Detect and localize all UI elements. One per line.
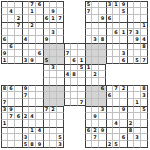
cell-top_right-r7c2[interactable] xyxy=(92,43,99,50)
cell-bottom_right-r2c4[interactable]: 6 xyxy=(106,92,113,99)
cell-top_left-r9c3[interactable] xyxy=(15,57,22,64)
cell-top_right-r3c5[interactable] xyxy=(113,15,120,22)
cell-bottom_right-r8c1[interactable] xyxy=(85,134,92,141)
cell-top_left-r9c1[interactable]: 1 xyxy=(1,57,8,64)
cell-top_left-r2c8[interactable]: 9 xyxy=(50,8,57,15)
cell-top_left-r7c7[interactable] xyxy=(43,43,50,50)
cell-top_right-r2c2[interactable] xyxy=(92,8,99,15)
cell-bottom_left-r4c6[interactable] xyxy=(36,106,43,113)
cell-top_right-r7c9[interactable]: 8 xyxy=(141,43,148,50)
cell-top_left-r7c8[interactable] xyxy=(50,43,57,50)
cell-bottom_left-r3c7[interactable] xyxy=(43,99,50,106)
cell-bottom_left-r7c6[interactable]: 4 xyxy=(36,127,43,134)
cell-center-r6c2[interactable] xyxy=(50,78,57,85)
cell-bottom_right-r2c8[interactable] xyxy=(134,92,141,99)
cell-bottom_left-r6c9[interactable] xyxy=(57,120,64,127)
cell-bottom_right-r5c9[interactable] xyxy=(141,113,148,120)
cell-center-r3c4[interactable] xyxy=(64,57,71,64)
cell-top_right-r9c2[interactable] xyxy=(92,57,99,64)
cell-bottom_right-r3c4[interactable] xyxy=(106,99,113,106)
cell-top_right-r2c9[interactable] xyxy=(141,8,148,15)
cell-top_left-r7c5[interactable] xyxy=(29,43,36,50)
cell-bottom_right-r4c3[interactable]: 3 xyxy=(99,106,106,113)
cell-top_left-r1c4[interactable] xyxy=(22,1,29,8)
cell-bottom_right-r3c8[interactable]: 1 xyxy=(134,99,141,106)
cell-top_left-r3c6[interactable] xyxy=(36,15,43,22)
cell-bottom_left-r4c7[interactable]: 7 xyxy=(43,106,50,113)
cell-center-r5c8[interactable]: 2 xyxy=(92,71,99,78)
cell-top_left-r5c7[interactable] xyxy=(43,29,50,36)
cell-top_left-r1c9[interactable] xyxy=(57,1,64,8)
cell-bottom_right-r1c5[interactable]: 7 xyxy=(113,85,120,92)
cell-top_right-r1c1[interactable]: 5 xyxy=(85,1,92,8)
cell-center-r4c4[interactable] xyxy=(64,64,71,71)
cell-top_right-r7c1[interactable] xyxy=(85,43,92,50)
cell-bottom_right-r6c7[interactable]: 2 xyxy=(127,120,134,127)
cell-bottom_right-r7c5[interactable] xyxy=(113,127,120,134)
cell-bottom_left-r6c3[interactable] xyxy=(15,120,22,127)
cell-center-r1c5[interactable] xyxy=(71,43,78,50)
cell-bottom_left-r7c5[interactable]: 1 xyxy=(29,127,36,134)
cell-top_left-r8c1[interactable]: 9 xyxy=(1,50,8,57)
cell-bottom_left-r8c5[interactable] xyxy=(29,134,36,141)
cell-top_right-r6c1[interactable] xyxy=(85,36,92,43)
cell-bottom_left-r1c3[interactable] xyxy=(15,85,22,92)
cell-top_left-r8c2[interactable] xyxy=(8,50,15,57)
cell-bottom_left-r7c8[interactable] xyxy=(50,127,57,134)
cell-bottom_left-r4c3[interactable] xyxy=(15,106,22,113)
cell-top_right-r7c8[interactable] xyxy=(134,43,141,50)
cell-bottom_right-r4c6[interactable]: 9 xyxy=(120,106,127,113)
cell-center-r1c4[interactable] xyxy=(64,43,71,50)
cell-top_right-r1c6[interactable]: 9 xyxy=(120,1,127,8)
cell-top_left-r9c2[interactable] xyxy=(8,57,15,64)
cell-bottom_left-r5c5[interactable]: 4 xyxy=(29,113,36,120)
cell-center-r6c3[interactable] xyxy=(57,78,64,85)
cell-top_right-r1c9[interactable] xyxy=(141,1,148,8)
cell-top_left-r3c4[interactable] xyxy=(22,15,29,22)
cell-bottom_right-r5c2[interactable]: 9 xyxy=(92,113,99,120)
cell-center-r6c7[interactable] xyxy=(85,78,92,85)
cell-bottom_right-r7c4[interactable] xyxy=(106,127,113,134)
cell-center-r6c5[interactable] xyxy=(71,78,78,85)
cell-bottom_left-r3c3[interactable] xyxy=(15,99,22,106)
cell-bottom_left-r9c4[interactable]: 5 xyxy=(22,141,29,148)
cell-bottom_left-r4c9[interactable] xyxy=(57,106,64,113)
cell-center-r8c4[interactable] xyxy=(64,92,71,99)
cell-center-r5c1[interactable] xyxy=(43,71,50,78)
cell-top_right-r9c9[interactable]: 7 xyxy=(141,57,148,64)
cell-bottom_left-r7c4[interactable] xyxy=(22,127,29,134)
cell-top_left-r9c4[interactable]: 3 xyxy=(22,57,29,64)
cell-bottom_right-r7c8[interactable] xyxy=(134,127,141,134)
cell-top_left-r6c3[interactable] xyxy=(15,36,22,43)
cell-top_right-r8c8[interactable] xyxy=(134,50,141,57)
cell-top_left-r4c5[interactable]: 2 xyxy=(29,22,36,29)
cell-top_right-r4c6[interactable] xyxy=(120,22,127,29)
cell-bottom_right-r4c5[interactable] xyxy=(113,106,120,113)
cell-bottom_left-r1c9[interactable] xyxy=(57,85,64,92)
cell-top_right-r4c1[interactable] xyxy=(85,22,92,29)
cell-bottom_left-r2c4[interactable]: 7 xyxy=(22,92,29,99)
cell-bottom_left-r8c1[interactable] xyxy=(1,134,8,141)
cell-bottom_right-r8c8[interactable]: 3 xyxy=(134,134,141,141)
cell-top_left-r8c8[interactable] xyxy=(50,50,57,57)
cell-top_right-r3c2[interactable] xyxy=(92,15,99,22)
cell-top_left-r9c7[interactable]: 5 xyxy=(43,57,50,64)
cell-bottom_right-r8c4[interactable] xyxy=(106,134,113,141)
cell-bottom_right-r6c6[interactable] xyxy=(120,120,127,127)
cell-top_right-r5c7[interactable]: 7 xyxy=(127,29,134,36)
cell-top_left-r5c2[interactable] xyxy=(8,29,15,36)
cell-bottom_left-r6c4[interactable] xyxy=(22,120,29,127)
cell-top_right-r7c4[interactable] xyxy=(106,43,113,50)
cell-bottom_right-r2c7[interactable] xyxy=(127,92,134,99)
cell-top_left-r2c9[interactable] xyxy=(57,8,64,15)
cell-top_right-r3c6[interactable] xyxy=(120,15,127,22)
cell-top_left-r4c3[interactable]: 7 xyxy=(15,22,22,29)
cell-top_right-r4c8[interactable] xyxy=(134,22,141,29)
cell-top_left-r8c5[interactable] xyxy=(29,50,36,57)
cell-bottom_left-r9c2[interactable] xyxy=(8,141,15,148)
cell-center-r5c6[interactable] xyxy=(78,71,85,78)
cell-top_right-r9c3[interactable] xyxy=(99,57,106,64)
cell-top_left-r2c2[interactable]: 4 xyxy=(8,8,15,15)
cell-bottom_right-r3c1[interactable] xyxy=(85,99,92,106)
cell-top_right-r2c6[interactable]: 5 xyxy=(120,8,127,15)
cell-bottom_left-r4c5[interactable] xyxy=(29,106,36,113)
cell-top_left-r2c5[interactable]: 1 xyxy=(29,8,36,15)
cell-top_right-r9c1[interactable] xyxy=(85,57,92,64)
cell-center-r8c5[interactable] xyxy=(71,92,78,99)
cell-bottom_left-r2c6[interactable] xyxy=(36,92,43,99)
cell-top_left-r6c1[interactable]: 6 xyxy=(1,36,8,43)
cell-top_right-r4c9[interactable]: 1 xyxy=(141,22,148,29)
cell-bottom_right-r1c2[interactable] xyxy=(92,85,99,92)
cell-bottom_right-r2c3[interactable] xyxy=(99,92,106,99)
cell-center-r2c4[interactable]: 7 xyxy=(64,50,71,57)
cell-bottom_right-r3c9[interactable] xyxy=(141,99,148,106)
cell-top_left-r6c6[interactable] xyxy=(36,36,43,43)
cell-top_right-r3c9[interactable] xyxy=(141,15,148,22)
cell-bottom_left-r4c4[interactable] xyxy=(22,106,29,113)
cell-top_left-r3c3[interactable]: 2 xyxy=(15,15,22,22)
cell-bottom_right-r3c3[interactable] xyxy=(99,99,106,106)
cell-bottom_right-r9c2[interactable] xyxy=(92,141,99,148)
cell-center-r5c3[interactable] xyxy=(57,71,64,78)
cell-top_right-r9c4[interactable] xyxy=(106,57,113,64)
cell-top_left-r6c7[interactable]: 9 xyxy=(43,36,50,43)
cell-top_left-r3c5[interactable] xyxy=(29,15,36,22)
cell-bottom_left-r8c4[interactable]: 3 xyxy=(22,134,29,141)
cell-center-r5c2[interactable] xyxy=(50,71,57,78)
cell-top_right-r2c5[interactable] xyxy=(113,8,120,15)
cell-bottom_right-r4c9[interactable]: 5 xyxy=(141,106,148,113)
cell-bottom_right-r9c8[interactable] xyxy=(134,141,141,148)
cell-bottom_left-r7c2[interactable] xyxy=(8,127,15,134)
cell-bottom_right-r5c4[interactable] xyxy=(106,113,113,120)
cell-top_right-r9c6[interactable]: 6 xyxy=(120,57,127,64)
cell-top_left-r7c6[interactable] xyxy=(36,43,43,50)
cell-bottom_left-r1c2[interactable]: 6 xyxy=(8,85,15,92)
cell-top_right-r4c2[interactable] xyxy=(92,22,99,29)
cell-bottom_left-r1c7[interactable] xyxy=(43,85,50,92)
cell-top_right-r3c4[interactable]: 6 xyxy=(106,15,113,22)
cell-center-r6c8[interactable] xyxy=(92,78,99,85)
cell-top_left-r1c1[interactable] xyxy=(1,1,8,8)
cell-top_right-r5c4[interactable] xyxy=(106,29,113,36)
cell-bottom_left-r5c9[interactable] xyxy=(57,113,64,120)
cell-top_left-r6c2[interactable] xyxy=(8,36,15,43)
cell-bottom_left-r9c8[interactable] xyxy=(50,141,57,148)
cell-top_right-r6c3[interactable]: 8 xyxy=(99,36,106,43)
cell-bottom_right-r8c6[interactable]: 6 xyxy=(120,134,127,141)
cell-top_right-r8c6[interactable]: 3 xyxy=(120,50,127,57)
cell-bottom_right-r3c2[interactable] xyxy=(92,99,99,106)
cell-top_left-r9c8[interactable] xyxy=(50,57,57,64)
cell-top_right-r9c5[interactable] xyxy=(113,57,120,64)
cell-top_left-r9c5[interactable]: 9 xyxy=(29,57,36,64)
cell-top_left-r3c2[interactable] xyxy=(8,15,15,22)
cell-top_left-r9c9[interactable] xyxy=(57,57,64,64)
cell-bottom_left-r2c2[interactable] xyxy=(8,92,15,99)
cell-bottom_left-r2c5[interactable] xyxy=(29,92,36,99)
cell-top_right-r6c6[interactable] xyxy=(120,36,127,43)
cell-top_left-r4c1[interactable] xyxy=(1,22,8,29)
cell-bottom_right-r1c1[interactable] xyxy=(85,85,92,92)
cell-bottom_left-r5c6[interactable] xyxy=(36,113,43,120)
cell-bottom_right-r5c7[interactable] xyxy=(127,113,134,120)
cell-bottom_right-r3c7[interactable] xyxy=(127,99,134,106)
cell-top_left-r1c6[interactable]: 6 xyxy=(36,1,43,8)
cell-top_left-r1c3[interactable] xyxy=(15,1,22,8)
cell-center-r9c6[interactable]: 7 xyxy=(78,99,85,106)
cell-bottom_left-r3c5[interactable] xyxy=(29,99,36,106)
cell-top_left-r7c4[interactable] xyxy=(22,43,29,50)
cell-top_left-r6c4[interactable]: 4 xyxy=(22,36,29,43)
cell-top_right-r3c8[interactable] xyxy=(134,15,141,22)
cell-top_right-r8c2[interactable] xyxy=(92,50,99,57)
cell-top_left-r4c6[interactable] xyxy=(36,22,43,29)
cell-bottom_right-r1c4[interactable] xyxy=(106,85,113,92)
cell-bottom_left-r1c4[interactable]: 9 xyxy=(22,85,29,92)
cell-top_right-r6c8[interactable]: 9 xyxy=(134,36,141,43)
cell-top_right-r6c7[interactable] xyxy=(127,36,134,43)
cell-bottom_left-r9c3[interactable] xyxy=(15,141,22,148)
cell-bottom_right-r3c5[interactable] xyxy=(113,99,120,106)
cell-bottom_right-r7c2[interactable]: 2 xyxy=(92,127,99,134)
cell-center-r6c1[interactable] xyxy=(43,78,50,85)
cell-top_right-r1c3[interactable] xyxy=(99,1,106,8)
cell-bottom_left-r6c1[interactable]: 1 xyxy=(1,120,8,127)
cell-bottom_right-r6c5[interactable]: 4 xyxy=(113,120,120,127)
cell-center-r5c4[interactable]: 4 xyxy=(64,71,71,78)
cell-top_left-r8c4[interactable] xyxy=(22,50,29,57)
cell-bottom_right-r2c1[interactable] xyxy=(85,92,92,99)
cell-bottom_left-r3c6[interactable] xyxy=(36,99,43,106)
cell-bottom_right-r1c8[interactable] xyxy=(134,85,141,92)
cell-top_left-r3c7[interactable]: 6 xyxy=(43,15,50,22)
cell-bottom_left-r2c7[interactable] xyxy=(43,92,50,99)
cell-bottom_left-r7c3[interactable] xyxy=(15,127,22,134)
cell-center-r8c6[interactable] xyxy=(78,92,85,99)
cell-top_left-r5c6[interactable] xyxy=(36,29,43,36)
cell-top_left-r2c6[interactable] xyxy=(36,8,43,15)
cell-top_right-r5c6[interactable]: 1 xyxy=(120,29,127,36)
cell-top_right-r2c4[interactable] xyxy=(106,8,113,15)
cell-bottom_left-r4c1[interactable]: 3 xyxy=(1,106,8,113)
cell-top_right-r8c9[interactable] xyxy=(141,50,148,57)
cell-center-r2c5[interactable] xyxy=(71,50,78,57)
cell-top_left-r4c4[interactable] xyxy=(22,22,29,29)
cell-bottom_right-r1c7[interactable] xyxy=(127,85,134,92)
cell-bottom_right-r4c2[interactable] xyxy=(92,106,99,113)
cell-top_left-r2c3[interactable] xyxy=(15,8,22,15)
cell-center-r7c4[interactable] xyxy=(64,85,71,92)
cell-bottom_left-r7c7[interactable] xyxy=(43,127,50,134)
cell-center-r2c6[interactable] xyxy=(78,50,85,57)
cell-top_left-r5c3[interactable] xyxy=(15,29,22,36)
cell-bottom_left-r8c2[interactable] xyxy=(8,134,15,141)
cell-bottom_right-r9c5[interactable]: 5 xyxy=(113,141,120,148)
cell-top_right-r1c8[interactable] xyxy=(134,1,141,8)
cell-top_right-r3c7[interactable] xyxy=(127,15,134,22)
cell-top_left-r8c3[interactable] xyxy=(15,50,22,57)
cell-bottom_right-r6c3[interactable] xyxy=(99,120,106,127)
cell-bottom_left-r5c4[interactable]: 2 xyxy=(22,113,29,120)
cell-bottom_left-r2c3[interactable] xyxy=(15,92,22,99)
cell-top_right-r5c3[interactable] xyxy=(99,29,106,36)
cell-center-r4c6[interactable]: 5 xyxy=(78,64,85,71)
cell-top_right-r2c8[interactable] xyxy=(134,8,141,15)
cell-top_right-r4c4[interactable] xyxy=(106,22,113,29)
cell-bottom_left-r1c8[interactable] xyxy=(50,85,57,92)
cell-top_right-r4c7[interactable] xyxy=(127,22,134,29)
cell-top_right-r8c1[interactable] xyxy=(85,50,92,57)
cell-top_left-r6c9[interactable] xyxy=(57,36,64,43)
cell-top_right-r3c1[interactable] xyxy=(85,15,92,22)
cell-center-r1c6[interactable] xyxy=(78,43,85,50)
cell-bottom_right-r9c3[interactable] xyxy=(99,141,106,148)
cell-top_right-r5c1[interactable] xyxy=(85,29,92,36)
cell-top_right-r7c7[interactable] xyxy=(127,43,134,50)
cell-bottom_right-r9c6[interactable] xyxy=(120,141,127,148)
cell-bottom_left-r2c1[interactable] xyxy=(1,92,8,99)
cell-top_left-r6c5[interactable] xyxy=(29,36,36,43)
cell-top_left-r5c8[interactable]: 3 xyxy=(50,29,57,36)
cell-top_right-r6c2[interactable]: 3 xyxy=(92,36,99,43)
cell-bottom_left-r9c5[interactable]: 8 xyxy=(29,141,36,148)
cell-top_right-r2c1[interactable]: 7 xyxy=(85,8,92,15)
cell-bottom_right-r7c7[interactable]: 8 xyxy=(127,127,134,134)
cell-top_left-r7c2[interactable]: 6 xyxy=(8,43,15,50)
cell-bottom_right-r8c5[interactable] xyxy=(113,134,120,141)
cell-top_left-r5c1[interactable] xyxy=(1,29,8,36)
cell-top_right-r5c2[interactable] xyxy=(92,29,99,36)
cell-top_left-r3c9[interactable]: 7 xyxy=(57,15,64,22)
cell-top_right-r7c5[interactable] xyxy=(113,43,120,50)
cell-bottom_left-r3c8[interactable] xyxy=(50,99,57,106)
cell-bottom_right-r4c7[interactable] xyxy=(127,106,134,113)
cell-top_left-r4c7[interactable] xyxy=(43,22,50,29)
cell-center-r4c9[interactable] xyxy=(99,64,106,71)
cell-bottom_right-r3c6[interactable] xyxy=(120,99,127,106)
cell-top_left-r3c8[interactable]: 1 xyxy=(50,15,57,22)
cell-top_left-r2c1[interactable] xyxy=(1,8,8,15)
cell-bottom_right-r7c3[interactable]: 9 xyxy=(99,127,106,134)
cell-bottom_right-r4c8[interactable] xyxy=(134,106,141,113)
cell-top_left-r4c8[interactable] xyxy=(50,22,57,29)
cell-bottom_right-r5c6[interactable] xyxy=(120,113,127,120)
cell-bottom_left-r5c3[interactable]: 6 xyxy=(15,113,22,120)
cell-bottom_right-r8c3[interactable] xyxy=(99,134,106,141)
cell-bottom_right-r7c6[interactable] xyxy=(120,127,127,134)
cell-bottom_right-r2c5[interactable] xyxy=(113,92,120,99)
cell-top_right-r4c5[interactable] xyxy=(113,22,120,29)
cell-bottom_left-r5c2[interactable]: 7 xyxy=(8,113,15,120)
cell-bottom_left-r8c9[interactable]: 5 xyxy=(57,134,64,141)
cell-bottom_right-r7c9[interactable] xyxy=(141,127,148,134)
cell-top_left-r6c8[interactable] xyxy=(50,36,57,43)
cell-bottom_left-r3c1[interactable]: 7 xyxy=(1,99,8,106)
cell-top_left-r8c9[interactable] xyxy=(57,50,64,57)
cell-bottom_right-r6c1[interactable] xyxy=(85,120,92,127)
cell-top_right-r8c5[interactable] xyxy=(113,50,120,57)
cell-top_right-r5c5[interactable]: 6 xyxy=(113,29,120,36)
cell-bottom_right-r6c2[interactable] xyxy=(92,120,99,127)
cell-bottom_right-r8c2[interactable]: 7 xyxy=(92,134,99,141)
cell-top_left-r5c9[interactable] xyxy=(57,29,64,36)
cell-top_right-r8c7[interactable] xyxy=(127,50,134,57)
cell-top_right-r7c6[interactable] xyxy=(120,43,127,50)
cell-top_left-r2c7[interactable] xyxy=(43,8,50,15)
cell-top_left-r5c4[interactable] xyxy=(22,29,29,36)
cell-center-r9c5[interactable] xyxy=(71,99,78,106)
cell-top_right-r3c3[interactable]: 9 xyxy=(99,15,106,22)
cell-center-r6c9[interactable] xyxy=(99,78,106,85)
cell-top_left-r1c2[interactable] xyxy=(8,1,15,8)
cell-center-r5c7[interactable] xyxy=(85,71,92,78)
cell-top_right-r6c4[interactable] xyxy=(106,36,113,43)
cell-top_left-r3c1[interactable] xyxy=(1,15,8,22)
cell-bottom_right-r5c3[interactable] xyxy=(99,113,106,120)
cell-bottom_left-r8c3[interactable] xyxy=(15,134,22,141)
cell-bottom_right-r2c6[interactable] xyxy=(120,92,127,99)
cell-bottom_right-r2c9[interactable]: 3 xyxy=(141,92,148,99)
cell-center-r3c5[interactable]: 6 xyxy=(71,57,78,64)
cell-bottom_left-r9c7[interactable] xyxy=(43,141,50,148)
cell-bottom_left-r1c5[interactable] xyxy=(29,85,36,92)
cell-top_right-r5c8[interactable]: 3 xyxy=(134,29,141,36)
cell-bottom_left-r2c8[interactable] xyxy=(50,92,57,99)
cell-bottom_right-r1c9[interactable]: 8 xyxy=(141,85,148,92)
cell-bottom_right-r5c1[interactable] xyxy=(85,113,92,120)
cell-bottom_left-r8c8[interactable] xyxy=(50,134,57,141)
cell-center-r4c1[interactable] xyxy=(43,64,50,71)
cell-bottom_left-r8c6[interactable] xyxy=(36,134,43,141)
cell-bottom_right-r2c2[interactable] xyxy=(92,92,99,99)
cell-center-r6c6[interactable] xyxy=(78,78,85,85)
cell-top_right-r7c3[interactable] xyxy=(99,43,106,50)
cell-bottom_left-r6c6[interactable] xyxy=(36,120,43,127)
cell-bottom_left-r2c9[interactable] xyxy=(57,92,64,99)
cell-bottom_left-r6c8[interactable] xyxy=(50,120,57,127)
cell-bottom_left-r6c7[interactable] xyxy=(43,120,50,127)
cell-top_right-r2c7[interactable] xyxy=(127,8,134,15)
cell-bottom_left-r5c8[interactable] xyxy=(50,113,57,120)
cell-top_left-r5c5[interactable] xyxy=(29,29,36,36)
cell-bottom_right-r1c6[interactable]: 2 xyxy=(120,85,127,92)
